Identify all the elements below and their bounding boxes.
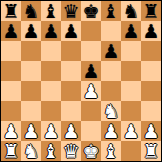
square-d6[interactable] bbox=[61, 41, 81, 61]
piece-white-pawn[interactable]: ♟ bbox=[62, 121, 79, 141]
square-f4[interactable] bbox=[101, 81, 121, 101]
chess-board: ♜♞♝♛♚♝♞♜♟♟♟♟♟♟♟♟♟♞♟♟♟♟♟♟♟♜♞♝♛♚♝♜ bbox=[0, 0, 162, 162]
square-g7[interactable]: ♟ bbox=[121, 21, 141, 41]
square-h4[interactable] bbox=[141, 81, 161, 101]
square-b3[interactable] bbox=[21, 101, 41, 121]
piece-white-knight[interactable]: ♞ bbox=[22, 141, 39, 161]
square-h7[interactable]: ♟ bbox=[141, 21, 161, 41]
square-e3[interactable] bbox=[81, 101, 101, 121]
square-h2[interactable]: ♟ bbox=[141, 121, 161, 141]
square-g5[interactable] bbox=[121, 61, 141, 81]
square-e7[interactable] bbox=[81, 21, 101, 41]
square-c7[interactable]: ♟ bbox=[41, 21, 61, 41]
square-e2[interactable] bbox=[81, 121, 101, 141]
piece-black-knight[interactable]: ♞ bbox=[22, 1, 39, 21]
square-b4[interactable] bbox=[21, 81, 41, 101]
piece-white-pawn[interactable]: ♟ bbox=[22, 121, 39, 141]
square-g2[interactable]: ♟ bbox=[121, 121, 141, 141]
piece-black-pawn[interactable]: ♟ bbox=[82, 61, 99, 81]
square-d4[interactable] bbox=[61, 81, 81, 101]
piece-white-knight[interactable]: ♞ bbox=[102, 101, 119, 121]
square-f2[interactable]: ♟ bbox=[101, 121, 121, 141]
square-f6[interactable]: ♟ bbox=[101, 41, 121, 61]
square-a1[interactable]: ♜ bbox=[1, 141, 21, 161]
square-a4[interactable] bbox=[1, 81, 21, 101]
square-d1[interactable]: ♛ bbox=[61, 141, 81, 161]
square-d2[interactable]: ♟ bbox=[61, 121, 81, 141]
square-e6[interactable] bbox=[81, 41, 101, 61]
square-g6[interactable] bbox=[121, 41, 141, 61]
piece-black-pawn[interactable]: ♟ bbox=[122, 21, 139, 41]
square-b2[interactable]: ♟ bbox=[21, 121, 41, 141]
square-c2[interactable]: ♟ bbox=[41, 121, 61, 141]
square-h1[interactable]: ♜ bbox=[141, 141, 161, 161]
square-h3[interactable] bbox=[141, 101, 161, 121]
square-d7[interactable]: ♟ bbox=[61, 21, 81, 41]
piece-white-bishop[interactable]: ♝ bbox=[42, 141, 59, 161]
square-e8[interactable]: ♚ bbox=[81, 1, 101, 21]
square-c6[interactable] bbox=[41, 41, 61, 61]
square-d8[interactable]: ♛ bbox=[61, 1, 81, 21]
square-h8[interactable]: ♜ bbox=[141, 1, 161, 21]
piece-white-rook[interactable]: ♜ bbox=[2, 141, 19, 161]
square-h6[interactable] bbox=[141, 41, 161, 61]
piece-white-pawn[interactable]: ♟ bbox=[142, 121, 159, 141]
square-a6[interactable] bbox=[1, 41, 21, 61]
square-f3[interactable]: ♞ bbox=[101, 101, 121, 121]
piece-black-bishop[interactable]: ♝ bbox=[102, 1, 119, 21]
square-c3[interactable] bbox=[41, 101, 61, 121]
piece-white-bishop[interactable]: ♝ bbox=[102, 141, 119, 161]
piece-black-king[interactable]: ♚ bbox=[82, 1, 99, 21]
square-g4[interactable] bbox=[121, 81, 141, 101]
square-c4[interactable] bbox=[41, 81, 61, 101]
square-e4[interactable]: ♟ bbox=[81, 81, 101, 101]
square-b6[interactable] bbox=[21, 41, 41, 61]
piece-white-pawn[interactable]: ♟ bbox=[42, 121, 59, 141]
piece-black-rook[interactable]: ♜ bbox=[2, 1, 19, 21]
square-b7[interactable]: ♟ bbox=[21, 21, 41, 41]
square-b5[interactable] bbox=[21, 61, 41, 81]
square-f5[interactable] bbox=[101, 61, 121, 81]
square-e5[interactable]: ♟ bbox=[81, 61, 101, 81]
square-c5[interactable] bbox=[41, 61, 61, 81]
square-a2[interactable]: ♟ bbox=[1, 121, 21, 141]
square-f1[interactable]: ♝ bbox=[101, 141, 121, 161]
square-h5[interactable] bbox=[141, 61, 161, 81]
piece-black-pawn[interactable]: ♟ bbox=[2, 21, 19, 41]
piece-black-pawn[interactable]: ♟ bbox=[42, 21, 59, 41]
piece-black-bishop[interactable]: ♝ bbox=[42, 1, 59, 21]
piece-black-pawn[interactable]: ♟ bbox=[102, 41, 119, 61]
square-f8[interactable]: ♝ bbox=[101, 1, 121, 21]
square-a7[interactable]: ♟ bbox=[1, 21, 21, 41]
square-a3[interactable] bbox=[1, 101, 21, 121]
piece-black-pawn[interactable]: ♟ bbox=[22, 21, 39, 41]
square-b1[interactable]: ♞ bbox=[21, 141, 41, 161]
piece-white-pawn[interactable]: ♟ bbox=[82, 81, 99, 101]
piece-white-pawn[interactable]: ♟ bbox=[122, 121, 139, 141]
piece-black-pawn[interactable]: ♟ bbox=[62, 21, 79, 41]
piece-white-queen[interactable]: ♛ bbox=[62, 141, 79, 161]
square-g3[interactable] bbox=[121, 101, 141, 121]
piece-white-king[interactable]: ♚ bbox=[82, 141, 99, 161]
square-f7[interactable] bbox=[101, 21, 121, 41]
piece-black-queen[interactable]: ♛ bbox=[62, 1, 79, 21]
square-g8[interactable]: ♞ bbox=[121, 1, 141, 21]
square-d3[interactable] bbox=[61, 101, 81, 121]
square-b8[interactable]: ♞ bbox=[21, 1, 41, 21]
square-c1[interactable]: ♝ bbox=[41, 141, 61, 161]
piece-black-knight[interactable]: ♞ bbox=[122, 1, 139, 21]
square-a8[interactable]: ♜ bbox=[1, 1, 21, 21]
square-g1[interactable] bbox=[121, 141, 141, 161]
piece-black-pawn[interactable]: ♟ bbox=[142, 21, 159, 41]
piece-white-rook[interactable]: ♜ bbox=[142, 141, 159, 161]
piece-white-pawn[interactable]: ♟ bbox=[102, 121, 119, 141]
square-c8[interactable]: ♝ bbox=[41, 1, 61, 21]
square-a5[interactable] bbox=[1, 61, 21, 81]
piece-black-rook[interactable]: ♜ bbox=[142, 1, 159, 21]
piece-white-pawn[interactable]: ♟ bbox=[2, 121, 19, 141]
square-d5[interactable] bbox=[61, 61, 81, 81]
square-e1[interactable]: ♚ bbox=[81, 141, 101, 161]
